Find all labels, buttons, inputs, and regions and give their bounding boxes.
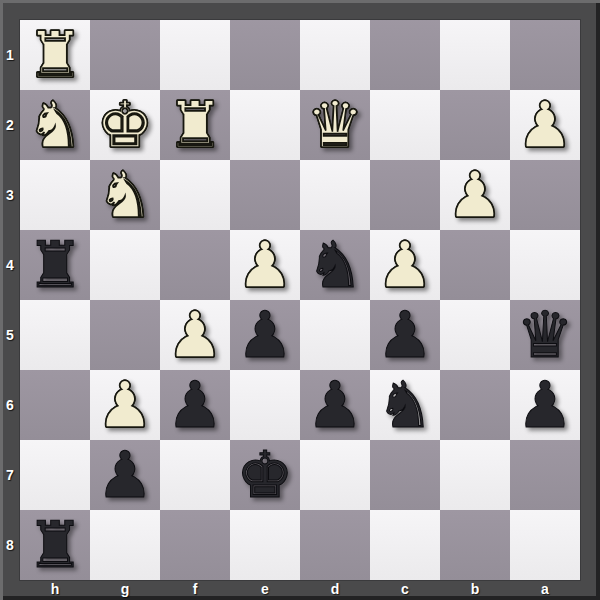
square-h4[interactable]: ♜ xyxy=(20,230,90,300)
rank-label-6: 6 xyxy=(0,370,20,440)
piece-black-pawn: ♟ xyxy=(166,370,223,440)
square-e2[interactable] xyxy=(230,90,300,160)
square-h5[interactable] xyxy=(20,300,90,370)
square-d8[interactable] xyxy=(300,510,370,580)
piece-black-pawn: ♟ xyxy=(376,300,433,370)
square-h8[interactable]: ♜ xyxy=(20,510,90,580)
square-g5[interactable] xyxy=(90,300,160,370)
file-label-g: g xyxy=(90,580,160,600)
piece-black-rook: ♜ xyxy=(26,230,83,300)
square-e3[interactable] xyxy=(230,160,300,230)
file-label-e: e xyxy=(230,580,300,600)
square-d3[interactable] xyxy=(300,160,370,230)
piece-white-knight: ♞ xyxy=(26,90,83,160)
square-e8[interactable] xyxy=(230,510,300,580)
square-c3[interactable] xyxy=(370,160,440,230)
square-f4[interactable] xyxy=(160,230,230,300)
square-f2[interactable]: ♜ xyxy=(160,90,230,160)
file-label-d: d xyxy=(300,580,370,600)
piece-black-pawn: ♟ xyxy=(96,440,153,510)
square-b8[interactable] xyxy=(440,510,510,580)
square-a3[interactable] xyxy=(510,160,580,230)
square-c7[interactable] xyxy=(370,440,440,510)
square-h6[interactable] xyxy=(20,370,90,440)
square-f8[interactable] xyxy=(160,510,230,580)
piece-black-pawn: ♟ xyxy=(516,370,573,440)
square-d4[interactable]: ♞ xyxy=(300,230,370,300)
file-label-h: h xyxy=(20,580,90,600)
file-label-a: a xyxy=(510,580,580,600)
square-g8[interactable] xyxy=(90,510,160,580)
piece-black-queen: ♛ xyxy=(516,300,573,370)
file-label-c: c xyxy=(370,580,440,600)
rank-label-7: 7 xyxy=(0,440,20,510)
square-c1[interactable] xyxy=(370,20,440,90)
piece-black-king: ♚ xyxy=(236,440,293,510)
square-b6[interactable] xyxy=(440,370,510,440)
square-b3[interactable]: ♟ xyxy=(440,160,510,230)
piece-white-rook: ♜ xyxy=(26,20,83,90)
square-d2[interactable]: ♛ xyxy=(300,90,370,160)
rank-label-3: 3 xyxy=(0,160,20,230)
square-g2[interactable]: ♚ xyxy=(90,90,160,160)
square-b4[interactable] xyxy=(440,230,510,300)
square-h7[interactable] xyxy=(20,440,90,510)
square-c5[interactable]: ♟ xyxy=(370,300,440,370)
chessboard: ♜♞♚♜♛♟♞♟♜♟♞♟♟♟♟♛♟♟♟♞♟♟♚♜ xyxy=(20,20,580,580)
square-c4[interactable]: ♟ xyxy=(370,230,440,300)
square-f1[interactable] xyxy=(160,20,230,90)
square-a4[interactable] xyxy=(510,230,580,300)
square-e5[interactable]: ♟ xyxy=(230,300,300,370)
square-e4[interactable]: ♟ xyxy=(230,230,300,300)
piece-white-pawn: ♟ xyxy=(376,230,433,300)
chessboard-frame: 12345678 ♜♞♚♜♛♟♞♟♜♟♞♟♟♟♟♛♟♟♟♞♟♟♚♜ hgfedc… xyxy=(0,0,600,600)
square-c2[interactable] xyxy=(370,90,440,160)
square-g1[interactable] xyxy=(90,20,160,90)
piece-white-pawn: ♟ xyxy=(96,370,153,440)
rank-label-2: 2 xyxy=(0,90,20,160)
piece-black-knight: ♞ xyxy=(376,370,433,440)
square-b7[interactable] xyxy=(440,440,510,510)
rank-labels: 12345678 xyxy=(0,20,20,580)
square-a8[interactable] xyxy=(510,510,580,580)
square-e6[interactable] xyxy=(230,370,300,440)
square-b5[interactable] xyxy=(440,300,510,370)
file-labels: hgfedcba xyxy=(20,580,580,600)
square-h1[interactable]: ♜ xyxy=(20,20,90,90)
rank-label-5: 5 xyxy=(0,300,20,370)
square-f5[interactable]: ♟ xyxy=(160,300,230,370)
square-a7[interactable] xyxy=(510,440,580,510)
square-f3[interactable] xyxy=(160,160,230,230)
square-g6[interactable]: ♟ xyxy=(90,370,160,440)
rank-label-4: 4 xyxy=(0,230,20,300)
file-label-b: b xyxy=(440,580,510,600)
square-a6[interactable]: ♟ xyxy=(510,370,580,440)
square-g4[interactable] xyxy=(90,230,160,300)
piece-white-queen: ♛ xyxy=(306,90,363,160)
piece-white-pawn: ♟ xyxy=(446,160,503,230)
piece-white-pawn: ♟ xyxy=(166,300,223,370)
square-a5[interactable]: ♛ xyxy=(510,300,580,370)
square-d7[interactable] xyxy=(300,440,370,510)
piece-black-knight: ♞ xyxy=(306,230,363,300)
square-f7[interactable] xyxy=(160,440,230,510)
square-d6[interactable]: ♟ xyxy=(300,370,370,440)
square-a2[interactable]: ♟ xyxy=(510,90,580,160)
piece-white-pawn: ♟ xyxy=(516,90,573,160)
square-h3[interactable] xyxy=(20,160,90,230)
piece-white-knight: ♞ xyxy=(96,160,153,230)
piece-black-rook: ♜ xyxy=(26,510,83,580)
square-e1[interactable] xyxy=(230,20,300,90)
square-a1[interactable] xyxy=(510,20,580,90)
piece-black-pawn: ♟ xyxy=(306,370,363,440)
piece-white-pawn: ♟ xyxy=(236,230,293,300)
piece-white-rook: ♜ xyxy=(166,90,223,160)
square-b2[interactable] xyxy=(440,90,510,160)
square-c8[interactable] xyxy=(370,510,440,580)
rank-label-1: 1 xyxy=(0,20,20,90)
square-g3[interactable]: ♞ xyxy=(90,160,160,230)
square-e7[interactable]: ♚ xyxy=(230,440,300,510)
square-d1[interactable] xyxy=(300,20,370,90)
square-g7[interactable]: ♟ xyxy=(90,440,160,510)
square-c6[interactable]: ♞ xyxy=(370,370,440,440)
square-d5[interactable] xyxy=(300,300,370,370)
square-h2[interactable]: ♞ xyxy=(20,90,90,160)
file-label-f: f xyxy=(160,580,230,600)
piece-black-pawn: ♟ xyxy=(236,300,293,370)
piece-white-king: ♚ xyxy=(96,90,153,160)
square-b1[interactable] xyxy=(440,20,510,90)
rank-label-8: 8 xyxy=(0,510,20,580)
square-f6[interactable]: ♟ xyxy=(160,370,230,440)
